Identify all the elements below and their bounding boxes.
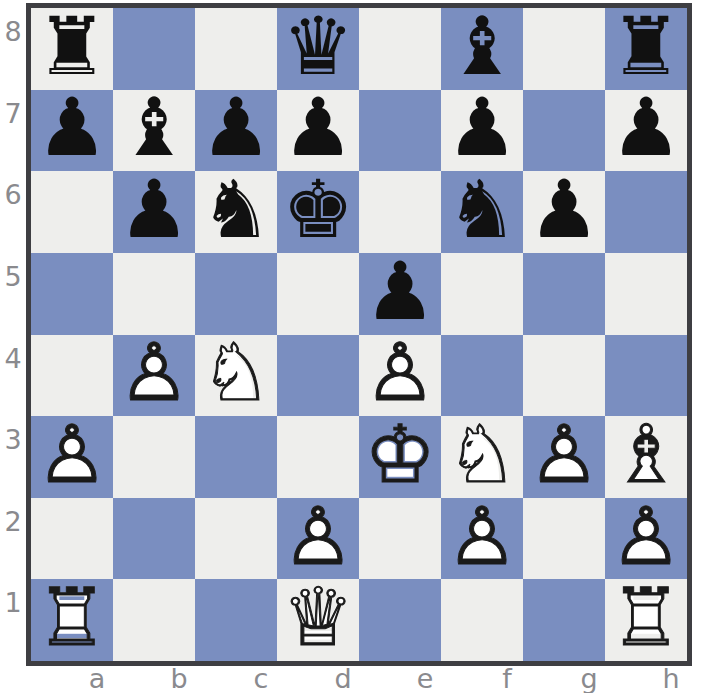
square-a5[interactable] <box>31 253 113 335</box>
piece-white-bishop[interactable]: ♝♗ <box>605 414 687 496</box>
square-c5[interactable] <box>195 253 277 335</box>
square-a6[interactable] <box>31 171 113 253</box>
square-d1[interactable]: ♛♕ <box>277 579 359 661</box>
piece-white-knight[interactable]: ♞♘ <box>441 414 523 496</box>
white-rook-glyph: ♖ <box>31 577 113 659</box>
square-e8[interactable] <box>359 8 441 90</box>
piece-white-pawn[interactable]: ♟♙ <box>277 496 359 578</box>
square-d5[interactable] <box>277 253 359 335</box>
square-f2[interactable]: ♟♙ <box>441 498 523 580</box>
square-c2[interactable] <box>195 498 277 580</box>
piece-white-pawn[interactable]: ♟♙ <box>113 333 195 415</box>
square-f8[interactable]: ♝ <box>441 8 523 90</box>
piece-white-pawn[interactable]: ♟♙ <box>359 333 441 415</box>
square-f6[interactable]: ♞ <box>441 171 523 253</box>
file-label-c: c <box>220 664 302 693</box>
square-e6[interactable] <box>359 171 441 253</box>
rank-label-3: 3 <box>0 416 26 498</box>
piece-white-king[interactable]: ♚♔ <box>359 414 441 496</box>
square-e3[interactable]: ♚♔ <box>359 416 441 498</box>
square-h2[interactable]: ♟♙ <box>605 498 687 580</box>
square-g7[interactable] <box>523 90 605 172</box>
white-bishop-glyph: ♗ <box>605 414 687 496</box>
square-g3[interactable]: ♟♙ <box>523 416 605 498</box>
square-c4[interactable]: ♞♘ <box>195 335 277 417</box>
rank-label-6: 6 <box>0 171 26 253</box>
piece-white-pawn[interactable]: ♟♙ <box>523 414 605 496</box>
rank-labels: 87654321 <box>0 8 26 661</box>
square-c6[interactable]: ♞ <box>195 171 277 253</box>
white-pawn-glyph: ♙ <box>359 333 441 415</box>
square-g6[interactable]: ♟ <box>523 171 605 253</box>
piece-black-rook[interactable]: ♜ <box>31 6 113 88</box>
square-b2[interactable] <box>113 498 195 580</box>
square-b6[interactable]: ♟ <box>113 171 195 253</box>
square-b7[interactable]: ♝ <box>113 90 195 172</box>
white-pawn-glyph: ♙ <box>31 414 113 496</box>
white-king-glyph: ♔ <box>359 414 441 496</box>
piece-black-pawn[interactable]: ♟ <box>31 88 113 170</box>
file-label-d: d <box>302 664 384 693</box>
square-h6[interactable] <box>605 171 687 253</box>
file-labels: abcdefgh <box>31 664 687 693</box>
chess-board-frame: ♜♛♝♜♟♝♟♟♟♟♟♞♚♞♟♟♟♙♞♘♟♙♟♙♚♔♞♘♟♙♝♗♟♙♟♙♟♙♜♖… <box>26 3 692 666</box>
white-queen-glyph: ♕ <box>277 577 359 659</box>
piece-black-pawn[interactable]: ♟ <box>605 88 687 170</box>
square-g5[interactable] <box>523 253 605 335</box>
white-rook-glyph: ♖ <box>605 577 687 659</box>
white-knight-glyph: ♘ <box>195 333 277 415</box>
square-g4[interactable] <box>523 335 605 417</box>
square-c8[interactable] <box>195 8 277 90</box>
white-pawn-glyph: ♙ <box>523 414 605 496</box>
square-f7[interactable]: ♟ <box>441 90 523 172</box>
piece-black-pawn[interactable]: ♟ <box>277 88 359 170</box>
square-d7[interactable]: ♟ <box>277 90 359 172</box>
square-e5[interactable]: ♟ <box>359 253 441 335</box>
square-h4[interactable] <box>605 335 687 417</box>
file-label-e: e <box>384 664 466 693</box>
file-label-b: b <box>138 664 220 693</box>
piece-black-pawn[interactable]: ♟ <box>523 169 605 251</box>
piece-black-bishop[interactable]: ♝ <box>441 6 523 88</box>
square-e2[interactable] <box>359 498 441 580</box>
square-b5[interactable] <box>113 253 195 335</box>
square-a4[interactable] <box>31 335 113 417</box>
square-g8[interactable] <box>523 8 605 90</box>
piece-black-queen[interactable]: ♛ <box>277 6 359 88</box>
white-pawn-glyph: ♙ <box>113 333 195 415</box>
square-e1[interactable] <box>359 579 441 661</box>
square-a2[interactable] <box>31 498 113 580</box>
white-pawn-glyph: ♙ <box>441 496 523 578</box>
piece-black-rook[interactable]: ♜ <box>605 6 687 88</box>
square-b8[interactable] <box>113 8 195 90</box>
piece-white-rook[interactable]: ♜♖ <box>605 577 687 659</box>
rank-label-1: 1 <box>0 579 26 661</box>
piece-white-pawn[interactable]: ♟♙ <box>441 496 523 578</box>
square-f3[interactable]: ♞♘ <box>441 416 523 498</box>
white-knight-glyph: ♘ <box>441 414 523 496</box>
rank-label-4: 4 <box>0 335 26 417</box>
piece-black-pawn[interactable]: ♟ <box>359 251 441 333</box>
rank-label-8: 8 <box>0 8 26 90</box>
square-f4[interactable] <box>441 335 523 417</box>
square-d6[interactable]: ♚ <box>277 171 359 253</box>
file-label-f: f <box>466 664 548 693</box>
square-g1[interactable] <box>523 579 605 661</box>
square-h3[interactable]: ♝♗ <box>605 416 687 498</box>
piece-black-bishop[interactable]: ♝ <box>113 88 195 170</box>
square-d2[interactable]: ♟♙ <box>277 498 359 580</box>
square-f1[interactable] <box>441 579 523 661</box>
square-a8[interactable]: ♜ <box>31 8 113 90</box>
square-b3[interactable] <box>113 416 195 498</box>
white-pawn-glyph: ♙ <box>605 496 687 578</box>
piece-white-rook[interactable]: ♜♖ <box>31 577 113 659</box>
file-label-a: a <box>56 664 138 693</box>
square-c1[interactable] <box>195 579 277 661</box>
square-c7[interactable]: ♟ <box>195 90 277 172</box>
square-a1[interactable]: ♜♖ <box>31 579 113 661</box>
piece-black-knight[interactable]: ♞ <box>441 169 523 251</box>
square-c3[interactable] <box>195 416 277 498</box>
piece-black-pawn[interactable]: ♟ <box>113 169 195 251</box>
rank-label-2: 2 <box>0 498 26 580</box>
rank-label-7: 7 <box>0 90 26 172</box>
rank-label-5: 5 <box>0 253 26 335</box>
square-b1[interactable] <box>113 579 195 661</box>
square-b4[interactable]: ♟♙ <box>113 335 195 417</box>
piece-white-queen[interactable]: ♛♕ <box>277 577 359 659</box>
chess-board: ♜♛♝♜♟♝♟♟♟♟♟♞♚♞♟♟♟♙♞♘♟♙♟♙♚♔♞♘♟♙♝♗♟♙♟♙♟♙♜♖… <box>31 8 687 661</box>
white-pawn-glyph: ♙ <box>277 496 359 578</box>
square-d8[interactable]: ♛ <box>277 8 359 90</box>
square-d3[interactable] <box>277 416 359 498</box>
piece-black-king[interactable]: ♚ <box>277 169 359 251</box>
piece-white-knight[interactable]: ♞♘ <box>195 333 277 415</box>
square-f5[interactable] <box>441 253 523 335</box>
file-label-h: h <box>630 664 712 693</box>
file-label-g: g <box>548 664 630 693</box>
square-d4[interactable] <box>277 335 359 417</box>
square-a3[interactable]: ♟♙ <box>31 416 113 498</box>
piece-black-knight[interactable]: ♞ <box>195 169 277 251</box>
square-e7[interactable] <box>359 90 441 172</box>
square-h1[interactable]: ♜♖ <box>605 579 687 661</box>
piece-white-pawn[interactable]: ♟♙ <box>31 414 113 496</box>
square-h8[interactable]: ♜ <box>605 8 687 90</box>
square-e4[interactable]: ♟♙ <box>359 335 441 417</box>
square-h7[interactable]: ♟ <box>605 90 687 172</box>
square-a7[interactable]: ♟ <box>31 90 113 172</box>
square-g2[interactable] <box>523 498 605 580</box>
square-h5[interactable] <box>605 253 687 335</box>
piece-white-pawn[interactable]: ♟♙ <box>605 496 687 578</box>
piece-black-pawn[interactable]: ♟ <box>195 88 277 170</box>
piece-black-pawn[interactable]: ♟ <box>441 88 523 170</box>
